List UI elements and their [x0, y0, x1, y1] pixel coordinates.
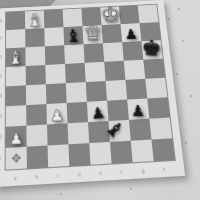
file-label-e: e	[90, 167, 112, 179]
square-b1[interactable]	[27, 145, 48, 168]
square-b4[interactable]	[26, 84, 47, 105]
white-queen-e7[interactable]: ♛	[82, 17, 102, 44]
square-a4[interactable]	[6, 85, 26, 106]
square-h5[interactable]	[143, 59, 165, 79]
white-pawn-c3[interactable]: ♟	[46, 93, 67, 124]
dust-speck	[168, 18, 170, 20]
square-b3[interactable]	[26, 104, 47, 126]
file-label-d: d	[68, 168, 90, 180]
square-h2[interactable]	[149, 118, 172, 140]
black-pawn-e3[interactable]: ♟	[86, 90, 110, 122]
square-d3[interactable]	[67, 102, 88, 123]
square-f4[interactable]	[106, 80, 128, 101]
square-f7[interactable]	[102, 24, 123, 43]
black-king-h6[interactable]: ♚	[141, 31, 161, 60]
square-c6[interactable]	[45, 45, 65, 65]
white-bishop-b8[interactable]: ♝	[24, 1, 45, 29]
square-c2[interactable]	[47, 123, 68, 145]
white-king-f8[interactable]: ♚	[100, 0, 121, 25]
white-pawn-a2[interactable]: ♟	[6, 115, 27, 148]
black-pawn-g7[interactable]: ♟	[120, 14, 142, 42]
square-f5[interactable]	[104, 61, 125, 81]
square-a1[interactable]: ✥	[6, 147, 27, 170]
file-label-h: h	[153, 163, 175, 175]
board-photo: 87654321 abcdefgh ✥ ♝♚♝♛♟♝♚♟♟♟♟♝	[0, 0, 200, 200]
dust-speck	[60, 193, 62, 195]
square-h3[interactable]	[147, 97, 169, 118]
square-h8[interactable]	[138, 5, 159, 23]
dust-speck	[185, 142, 187, 144]
square-c7[interactable]	[44, 27, 64, 46]
file-label-b: b	[26, 171, 48, 183]
square-d4[interactable]	[66, 82, 87, 103]
file-label-f: f	[111, 166, 133, 178]
square-b6[interactable]	[25, 46, 45, 66]
square-d2[interactable]	[68, 122, 90, 144]
dust-speck	[178, 8, 180, 10]
dust-speck	[176, 73, 178, 75]
square-f1[interactable]	[110, 141, 133, 164]
square-c8[interactable]	[44, 9, 64, 28]
square-h1[interactable]	[151, 138, 174, 161]
dust-speck	[182, 40, 184, 42]
chess-board: 87654321 abcdefgh ✥ ♝♚♝♛♟♝♚♟♟♟♟♝	[0, 0, 185, 187]
dust-speck	[190, 95, 192, 97]
square-a5[interactable]	[6, 66, 26, 86]
file-label-a: a	[5, 172, 26, 184]
white-bishop-a6[interactable]: ♝	[6, 38, 26, 67]
square-h4[interactable]	[145, 78, 167, 99]
square-a8[interactable]	[6, 11, 25, 30]
board-logo-icon: ✥	[6, 147, 27, 170]
square-g1[interactable]	[131, 140, 154, 163]
square-b5[interactable]	[26, 65, 46, 85]
dust-speck	[130, 188, 132, 190]
file-label-g: g	[132, 164, 154, 176]
square-c1[interactable]	[48, 144, 70, 167]
square-c5[interactable]	[45, 64, 65, 84]
file-label-c: c	[47, 169, 69, 181]
square-e1[interactable]	[89, 142, 111, 165]
black-bishop-d7[interactable]: ♝	[63, 17, 84, 46]
square-g5[interactable]	[124, 60, 145, 80]
square-e5[interactable]	[85, 62, 106, 82]
square-d5[interactable]	[65, 63, 86, 83]
square-e6[interactable]	[84, 43, 105, 63]
square-b7[interactable]	[25, 28, 45, 47]
square-f6[interactable]	[103, 42, 124, 62]
square-d1[interactable]	[68, 143, 90, 166]
square-d6[interactable]	[64, 44, 84, 64]
square-b2[interactable]	[26, 124, 47, 146]
